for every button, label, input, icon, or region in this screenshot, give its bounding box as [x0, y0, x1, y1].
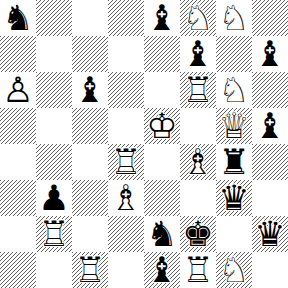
- piece-glyph: ♕: [216, 108, 252, 144]
- square-d6[interactable]: [108, 72, 144, 108]
- square-b7[interactable]: [36, 36, 72, 72]
- black-bishop: ♝♝: [144, 252, 180, 288]
- piece-glyph: ♘: [216, 72, 252, 108]
- square-c2[interactable]: [72, 216, 108, 252]
- white-knight: ♞♘: [216, 0, 252, 36]
- piece-glyph: ♝: [144, 0, 180, 36]
- piece-glyph: ♖: [180, 252, 216, 288]
- square-h1[interactable]: [252, 252, 288, 288]
- square-f4[interactable]: ♝♗: [180, 144, 216, 180]
- square-e5[interactable]: ♚♔: [144, 108, 180, 144]
- white-knight: ♞♘: [216, 252, 252, 288]
- square-e4[interactable]: [144, 144, 180, 180]
- square-e8[interactable]: ♝♝: [144, 0, 180, 36]
- black-bishop: ♝♝: [72, 72, 108, 108]
- piece-glyph: ♞: [144, 216, 180, 252]
- square-d5[interactable]: [108, 108, 144, 144]
- square-d3[interactable]: ♝♗: [108, 180, 144, 216]
- square-d8[interactable]: [108, 0, 144, 36]
- square-g2[interactable]: [216, 216, 252, 252]
- white-rook: ♜♖: [180, 252, 216, 288]
- square-d2[interactable]: [108, 216, 144, 252]
- square-g5[interactable]: ♛♕: [216, 108, 252, 144]
- square-b3[interactable]: ♟︎♟︎: [36, 180, 72, 216]
- chess-board: ♞♞♝♝♞♘♞♘♝♝♝♝♟︎♙♝♝♜♖♞♘♚♔♛♕♝♝♜♖♝♗♜♜♟︎♟︎♝♗♛…: [0, 0, 288, 288]
- square-d1[interactable]: [108, 252, 144, 288]
- square-b2[interactable]: ♜♖: [36, 216, 72, 252]
- square-d7[interactable]: [108, 36, 144, 72]
- square-d4[interactable]: ♜♖: [108, 144, 144, 180]
- black-queen: ♛♛: [252, 216, 288, 252]
- square-a2[interactable]: [0, 216, 36, 252]
- square-f1[interactable]: ♜♖: [180, 252, 216, 288]
- square-h3[interactable]: [252, 180, 288, 216]
- black-knight: ♞♞: [144, 216, 180, 252]
- black-bishop: ♝♝: [252, 36, 288, 72]
- square-f3[interactable]: [180, 180, 216, 216]
- square-g7[interactable]: [216, 36, 252, 72]
- black-pawn: ♟︎♟︎: [36, 180, 72, 216]
- square-g3[interactable]: ♛♛: [216, 180, 252, 216]
- square-f2[interactable]: ♚♚: [180, 216, 216, 252]
- square-c3[interactable]: [72, 180, 108, 216]
- square-c4[interactable]: [72, 144, 108, 180]
- white-bishop: ♝♗: [108, 180, 144, 216]
- piece-glyph: ♟︎: [36, 180, 72, 216]
- square-f7[interactable]: ♝♝: [180, 36, 216, 72]
- square-e6[interactable]: [144, 72, 180, 108]
- piece-glyph: ♝: [180, 36, 216, 72]
- square-c5[interactable]: [72, 108, 108, 144]
- piece-glyph: ♜: [216, 144, 252, 180]
- square-b8[interactable]: [36, 0, 72, 36]
- square-e2[interactable]: ♞♞: [144, 216, 180, 252]
- white-knight: ♞♘: [216, 72, 252, 108]
- square-a1[interactable]: [0, 252, 36, 288]
- piece-glyph: ♞: [0, 0, 36, 36]
- piece-glyph: ♗: [180, 144, 216, 180]
- piece-glyph: ♝: [252, 108, 288, 144]
- square-a5[interactable]: [0, 108, 36, 144]
- white-knight: ♞♘: [180, 0, 216, 36]
- square-h8[interactable]: [252, 0, 288, 36]
- piece-glyph: ♛: [216, 180, 252, 216]
- piece-glyph: ♝: [72, 72, 108, 108]
- square-f5[interactable]: [180, 108, 216, 144]
- piece-glyph: ♖: [72, 252, 108, 288]
- square-c7[interactable]: [72, 36, 108, 72]
- square-e1[interactable]: ♝♝: [144, 252, 180, 288]
- piece-glyph: ♔: [144, 108, 180, 144]
- piece-glyph: ♖: [108, 144, 144, 180]
- square-a4[interactable]: [0, 144, 36, 180]
- black-bishop: ♝♝: [144, 0, 180, 36]
- square-b6[interactable]: [36, 72, 72, 108]
- black-bishop: ♝♝: [180, 36, 216, 72]
- square-a7[interactable]: [0, 36, 36, 72]
- square-a8[interactable]: ♞♞: [0, 0, 36, 36]
- piece-glyph: ♘: [216, 0, 252, 36]
- piece-glyph: ♚: [180, 216, 216, 252]
- square-a3[interactable]: [0, 180, 36, 216]
- square-g1[interactable]: ♞♘: [216, 252, 252, 288]
- square-e3[interactable]: [144, 180, 180, 216]
- square-h2[interactable]: ♛♛: [252, 216, 288, 252]
- white-pawn: ♟︎♙: [0, 72, 36, 108]
- square-f6[interactable]: ♜♖: [180, 72, 216, 108]
- white-queen: ♛♕: [216, 108, 252, 144]
- square-g4[interactable]: ♜♜: [216, 144, 252, 180]
- piece-glyph: ♗: [108, 180, 144, 216]
- white-rook: ♜♖: [108, 144, 144, 180]
- square-e7[interactable]: [144, 36, 180, 72]
- square-c1[interactable]: ♜♖: [72, 252, 108, 288]
- piece-glyph: ♖: [180, 72, 216, 108]
- white-king: ♚♔: [144, 108, 180, 144]
- black-king: ♚♚: [180, 216, 216, 252]
- square-h7[interactable]: ♝♝: [252, 36, 288, 72]
- square-h4[interactable]: [252, 144, 288, 180]
- square-c6[interactable]: ♝♝: [72, 72, 108, 108]
- black-knight: ♞♞: [0, 0, 36, 36]
- white-rook: ♜♖: [72, 252, 108, 288]
- piece-glyph: ♘: [216, 252, 252, 288]
- piece-glyph: ♝: [144, 252, 180, 288]
- black-rook: ♜♜: [216, 144, 252, 180]
- white-bishop: ♝♗: [180, 144, 216, 180]
- black-queen: ♛♛: [216, 180, 252, 216]
- square-h6[interactable]: [252, 72, 288, 108]
- square-h5[interactable]: ♝♝: [252, 108, 288, 144]
- square-g8[interactable]: ♞♘: [216, 0, 252, 36]
- square-b1[interactable]: [36, 252, 72, 288]
- piece-glyph: ♖: [36, 216, 72, 252]
- square-f8[interactable]: ♞♘: [180, 0, 216, 36]
- square-a6[interactable]: ♟︎♙: [0, 72, 36, 108]
- square-b5[interactable]: [36, 108, 72, 144]
- white-rook: ♜♖: [180, 72, 216, 108]
- black-bishop: ♝♝: [252, 108, 288, 144]
- square-c8[interactable]: [72, 0, 108, 36]
- white-rook: ♜♖: [36, 216, 72, 252]
- square-b4[interactable]: [36, 144, 72, 180]
- square-g6[interactable]: ♞♘: [216, 72, 252, 108]
- piece-glyph: ♝: [252, 36, 288, 72]
- piece-glyph: ♘: [180, 0, 216, 36]
- piece-glyph: ♙: [0, 72, 36, 108]
- piece-glyph: ♛: [252, 216, 288, 252]
